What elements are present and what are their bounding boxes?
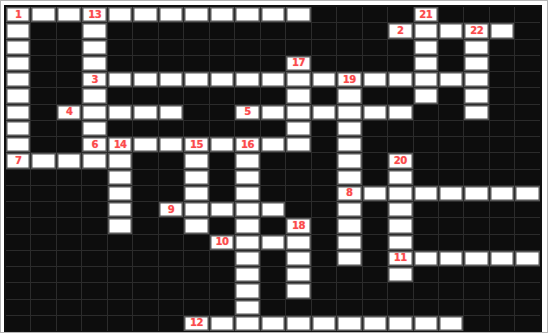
- white-cell-r20-c12[interactable]: [286, 316, 310, 331]
- white-cell-r9-c11[interactable]: [261, 137, 285, 152]
- block-cell-r19-c8: [184, 300, 208, 315]
- white-cell-r5-c18[interactable]: [439, 72, 463, 87]
- white-cell-r9-c7[interactable]: [159, 137, 183, 152]
- white-cell-r15-c16[interactable]: [388, 235, 412, 250]
- block-cell-r19-c19: [464, 300, 488, 315]
- white-cell-r14-c14[interactable]: [337, 218, 361, 233]
- white-cell-r2-c4[interactable]: [82, 23, 106, 38]
- block-cell-r2-c12: [286, 23, 310, 38]
- block-cell-r6-c11: [261, 88, 285, 103]
- white-cell-r13-c8[interactable]: [184, 202, 208, 217]
- white-cell-r16-c14[interactable]: [337, 251, 361, 266]
- block-cell-r8-c2: [31, 121, 55, 136]
- block-cell-r3-c15: [363, 40, 387, 55]
- block-cell-r13-c18: [439, 202, 463, 217]
- block-cell-r10-c7: [159, 153, 183, 168]
- white-cell-r5-c9[interactable]: [210, 72, 234, 87]
- clue-number: 1: [15, 10, 21, 20]
- white-cell-r10-c4[interactable]: [82, 153, 106, 168]
- white-cell-r9-c8[interactable]: 15: [184, 137, 208, 152]
- block-cell-r19-c12: [286, 300, 310, 315]
- block-cell-r2-c2: [31, 23, 55, 38]
- white-cell-r7-c10[interactable]: 5: [235, 105, 259, 120]
- block-cell-r15-c5: [108, 235, 132, 250]
- white-cell-r12-c16[interactable]: [388, 186, 412, 201]
- block-cell-r11-c17: [414, 170, 438, 185]
- white-cell-r16-c20[interactable]: [490, 251, 514, 266]
- white-cell-r13-c16[interactable]: [388, 202, 412, 217]
- block-cell-r14-c13: [312, 218, 336, 233]
- white-cell-r3-c19[interactable]: [464, 40, 488, 55]
- block-cell-r9-c2: [31, 137, 55, 152]
- block-cell-r19-c5: [108, 300, 132, 315]
- white-cell-r3-c1[interactable]: [6, 40, 30, 55]
- clue-number: 12: [190, 318, 203, 328]
- white-cell-r14-c12[interactable]: 18: [286, 218, 310, 233]
- block-cell-r13-c19: [464, 202, 488, 217]
- block-cell-r8-c13: [312, 121, 336, 136]
- white-cell-r12-c19[interactable]: [464, 186, 488, 201]
- block-cell-r16-c4: [82, 251, 106, 266]
- white-cell-r20-c15[interactable]: [363, 316, 387, 331]
- white-cell-r14-c8[interactable]: [184, 218, 208, 233]
- white-cell-r11-c14[interactable]: [337, 170, 361, 185]
- white-cell-r15-c10[interactable]: [235, 235, 259, 250]
- block-cell-r4-c18: [439, 56, 463, 71]
- block-cell-r6-c5: [108, 88, 132, 103]
- block-cell-r6-c2: [31, 88, 55, 103]
- block-cell-r11-c7: [159, 170, 183, 185]
- white-cell-r1-c8[interactable]: [184, 7, 208, 22]
- block-cell-r14-c21: [515, 218, 539, 233]
- block-cell-r12-c1: [6, 186, 30, 201]
- block-cell-r9-c21: [515, 137, 539, 152]
- block-cell-r7-c18: [439, 105, 463, 120]
- white-cell-r6-c17[interactable]: [414, 88, 438, 103]
- white-cell-r5-c16[interactable]: [388, 72, 412, 87]
- block-cell-r1-c15: [363, 7, 387, 22]
- white-cell-r7-c14[interactable]: [337, 105, 361, 120]
- white-cell-r12-c18[interactable]: [439, 186, 463, 201]
- white-cell-r18-c10[interactable]: [235, 283, 259, 298]
- block-cell-r8-c15: [363, 121, 387, 136]
- white-cell-r7-c16[interactable]: [388, 105, 412, 120]
- white-cell-r7-c1[interactable]: [6, 105, 30, 120]
- white-cell-r5-c7[interactable]: [159, 72, 183, 87]
- block-cell-r19-c4: [82, 300, 106, 315]
- white-cell-r7-c11[interactable]: [261, 105, 285, 120]
- white-cell-r13-c14[interactable]: [337, 202, 361, 217]
- white-cell-r13-c9[interactable]: [210, 202, 234, 217]
- white-cell-r5-c1[interactable]: [6, 72, 30, 87]
- white-cell-r5-c15[interactable]: [363, 72, 387, 87]
- white-cell-r5-c11[interactable]: [261, 72, 285, 87]
- white-cell-r12-c17[interactable]: [414, 186, 438, 201]
- block-cell-r1-c21: [515, 7, 539, 22]
- white-cell-r5-c12[interactable]: [286, 72, 310, 87]
- white-cell-r12-c20[interactable]: [490, 186, 514, 201]
- white-cell-r4-c1[interactable]: [6, 56, 30, 71]
- white-cell-r15-c14[interactable]: [337, 235, 361, 250]
- white-cell-r6-c4[interactable]: [82, 88, 106, 103]
- block-cell-r11-c12: [286, 170, 310, 185]
- block-cell-r18-c14: [337, 283, 361, 298]
- white-cell-r7-c6[interactable]: [133, 105, 157, 120]
- block-cell-r17-c6: [133, 267, 157, 282]
- white-cell-r15-c9[interactable]: 10: [210, 235, 234, 250]
- white-cell-r10-c16[interactable]: 20: [388, 153, 412, 168]
- block-cell-r14-c6: [133, 218, 157, 233]
- block-cell-r4-c14: [337, 56, 361, 71]
- white-cell-r2-c1[interactable]: [6, 23, 30, 38]
- block-cell-r19-c16: [388, 300, 412, 315]
- block-cell-r11-c2: [31, 170, 55, 185]
- clue-number: 7: [15, 156, 21, 166]
- white-cell-r1-c12[interactable]: [286, 7, 310, 22]
- block-cell-r13-c2: [31, 202, 55, 217]
- white-cell-r12-c14[interactable]: 8: [337, 186, 361, 201]
- clue-number: 13: [88, 10, 101, 20]
- block-cell-r2-c7: [159, 23, 183, 38]
- block-cell-r15-c1: [6, 235, 30, 250]
- white-cell-r11-c16[interactable]: [388, 170, 412, 185]
- block-cell-r18-c19: [464, 283, 488, 298]
- block-cell-r9-c17: [414, 137, 438, 152]
- block-cell-r6-c18: [439, 88, 463, 103]
- block-cell-r19-c14: [337, 300, 361, 315]
- white-cell-r1-c9[interactable]: [210, 7, 234, 22]
- block-cell-r5-c2: [31, 72, 55, 87]
- white-cell-r20-c13[interactable]: [312, 316, 336, 331]
- block-cell-r18-c5: [108, 283, 132, 298]
- block-cell-r15-c18: [439, 235, 463, 250]
- block-cell-r17-c9: [210, 267, 234, 282]
- white-cell-r2-c18[interactable]: [439, 23, 463, 38]
- block-cell-r13-c4: [82, 202, 106, 217]
- block-cell-r18-c11: [261, 283, 285, 298]
- block-cell-r13-c15: [363, 202, 387, 217]
- block-cell-r2-c3: [57, 23, 81, 38]
- block-cell-r4-c15: [363, 56, 387, 71]
- block-cell-r6-c13: [312, 88, 336, 103]
- block-cell-r16-c5: [108, 251, 132, 266]
- white-cell-r11-c5[interactable]: [108, 170, 132, 185]
- block-cell-r3-c13: [312, 40, 336, 55]
- white-cell-r7-c4[interactable]: [82, 105, 106, 120]
- white-cell-r17-c12[interactable]: [286, 267, 310, 282]
- white-cell-r9-c1[interactable]: [6, 137, 30, 152]
- white-cell-r1-c5[interactable]: [108, 7, 132, 22]
- block-cell-r3-c10: [235, 40, 259, 55]
- white-cell-r7-c3[interactable]: 4: [57, 105, 81, 120]
- block-cell-r15-c21: [515, 235, 539, 250]
- block-cell-r2-c6: [133, 23, 157, 38]
- block-cell-r4-c5: [108, 56, 132, 71]
- block-cell-r7-c8: [184, 105, 208, 120]
- white-cell-r20-c9[interactable]: [210, 316, 234, 331]
- white-cell-r4-c4[interactable]: [82, 56, 106, 71]
- white-cell-r14-c16[interactable]: [388, 218, 412, 233]
- white-cell-r6-c1[interactable]: [6, 88, 30, 103]
- white-cell-r7-c13[interactable]: [312, 105, 336, 120]
- block-cell-r11-c21: [515, 170, 539, 185]
- white-cell-r1-c6[interactable]: [133, 7, 157, 22]
- white-cell-r7-c15[interactable]: [363, 105, 387, 120]
- block-cell-r8-c9: [210, 121, 234, 136]
- block-cell-r2-c5: [108, 23, 132, 38]
- block-cell-r6-c21: [515, 88, 539, 103]
- white-cell-r2-c19[interactable]: 22: [464, 23, 488, 38]
- white-cell-r13-c5[interactable]: [108, 202, 132, 217]
- white-cell-r9-c12[interactable]: [286, 137, 310, 152]
- white-cell-r20-c10[interactable]: [235, 316, 259, 331]
- white-cell-r20-c11[interactable]: [261, 316, 285, 331]
- white-cell-r1-c17[interactable]: 21: [414, 7, 438, 22]
- white-cell-r13-c7[interactable]: 9: [159, 202, 183, 217]
- white-cell-r15-c11[interactable]: [261, 235, 285, 250]
- white-cell-r8-c1[interactable]: [6, 121, 30, 136]
- white-cell-r10-c1[interactable]: 7: [6, 153, 30, 168]
- block-cell-r11-c3: [57, 170, 81, 185]
- block-cell-r18-c6: [133, 283, 157, 298]
- block-cell-r8-c21: [515, 121, 539, 136]
- clue-number: 22: [470, 26, 483, 36]
- block-cell-r15-c13: [312, 235, 336, 250]
- white-cell-r12-c5[interactable]: [108, 186, 132, 201]
- block-cell-r17-c4: [82, 267, 106, 282]
- block-cell-r11-c11: [261, 170, 285, 185]
- block-cell-r10-c20: [490, 153, 514, 168]
- block-cell-r20-c5: [108, 316, 132, 331]
- white-cell-r10-c3[interactable]: [57, 153, 81, 168]
- block-cell-r8-c18: [439, 121, 463, 136]
- block-cell-r3-c14: [337, 40, 361, 55]
- block-cell-r4-c6: [133, 56, 157, 71]
- white-cell-r9-c14[interactable]: [337, 137, 361, 152]
- white-cell-r19-c10[interactable]: [235, 300, 259, 315]
- block-cell-r7-c21: [515, 105, 539, 120]
- block-cell-r17-c17: [414, 267, 438, 282]
- white-cell-r16-c10[interactable]: [235, 251, 259, 266]
- white-cell-r2-c16[interactable]: 2: [388, 23, 412, 38]
- white-cell-r8-c14[interactable]: [337, 121, 361, 136]
- white-cell-r8-c12[interactable]: [286, 121, 310, 136]
- white-cell-r16-c17[interactable]: [414, 251, 438, 266]
- white-cell-r20-c18[interactable]: [439, 316, 463, 331]
- white-cell-r5-c8[interactable]: [184, 72, 208, 87]
- block-cell-r10-c11: [261, 153, 285, 168]
- white-cell-r5-c5[interactable]: [108, 72, 132, 87]
- block-cell-r9-c13: [312, 137, 336, 152]
- white-cell-r1-c1[interactable]: 1: [6, 7, 30, 22]
- white-cell-r1-c2[interactable]: [31, 7, 55, 22]
- block-cell-r9-c3: [57, 137, 81, 152]
- block-cell-r5-c20: [490, 72, 514, 87]
- white-cell-r4-c12[interactable]: 17: [286, 56, 310, 71]
- block-cell-r10-c21: [515, 153, 539, 168]
- block-cell-r14-c19: [464, 218, 488, 233]
- white-cell-r7-c7[interactable]: [159, 105, 183, 120]
- clue-number: 5: [244, 107, 250, 117]
- block-cell-r12-c9: [210, 186, 234, 201]
- white-cell-r2-c20[interactable]: [490, 23, 514, 38]
- white-cell-r10-c14[interactable]: [337, 153, 361, 168]
- block-cell-r17-c3: [57, 267, 81, 282]
- white-cell-r9-c10[interactable]: 16: [235, 137, 259, 152]
- block-cell-r8-c11: [261, 121, 285, 136]
- white-cell-r10-c5[interactable]: [108, 153, 132, 168]
- white-cell-r20-c14[interactable]: [337, 316, 361, 331]
- white-cell-r16-c19[interactable]: [464, 251, 488, 266]
- white-cell-r1-c7[interactable]: [159, 7, 183, 22]
- white-cell-r12-c8[interactable]: [184, 186, 208, 201]
- white-cell-r6-c12[interactable]: [286, 88, 310, 103]
- white-cell-r6-c19[interactable]: [464, 88, 488, 103]
- white-cell-r13-c10[interactable]: [235, 202, 259, 217]
- white-cell-r8-c4[interactable]: [82, 121, 106, 136]
- white-cell-r3-c17[interactable]: [414, 40, 438, 55]
- white-cell-r12-c15[interactable]: [363, 186, 387, 201]
- white-cell-r1-c10[interactable]: [235, 7, 259, 22]
- white-cell-r9-c5[interactable]: 14: [108, 137, 132, 152]
- block-cell-r20-c6: [133, 316, 157, 331]
- block-cell-r16-c3: [57, 251, 81, 266]
- clue-number: 20: [394, 156, 407, 166]
- white-cell-r5-c13[interactable]: [312, 72, 336, 87]
- block-cell-r18-c21: [515, 283, 539, 298]
- block-cell-r8-c6: [133, 121, 157, 136]
- block-cell-r9-c20: [490, 137, 514, 152]
- block-cell-r6-c7: [159, 88, 183, 103]
- block-cell-r13-c1: [6, 202, 30, 217]
- block-cell-r4-c10: [235, 56, 259, 71]
- block-cell-r4-c16: [388, 56, 412, 71]
- white-cell-r5-c17[interactable]: [414, 72, 438, 87]
- white-cell-r16-c12[interactable]: [286, 251, 310, 266]
- white-cell-r16-c18[interactable]: [439, 251, 463, 266]
- clue-number: 2: [397, 26, 403, 36]
- white-cell-r11-c10[interactable]: [235, 170, 259, 185]
- white-cell-r1-c11[interactable]: [261, 7, 285, 22]
- block-cell-r2-c21: [515, 23, 539, 38]
- block-cell-r13-c20: [490, 202, 514, 217]
- block-cell-r3-c5: [108, 40, 132, 55]
- block-cell-r2-c13: [312, 23, 336, 38]
- white-cell-r7-c5[interactable]: [108, 105, 132, 120]
- white-cell-r11-c8[interactable]: [184, 170, 208, 185]
- white-cell-r12-c21[interactable]: [515, 186, 539, 201]
- white-cell-r5-c6[interactable]: [133, 72, 157, 87]
- block-cell-r13-c3: [57, 202, 81, 217]
- white-cell-r12-c10[interactable]: [235, 186, 259, 201]
- white-cell-r6-c14[interactable]: [337, 88, 361, 103]
- white-cell-r20-c16[interactable]: [388, 316, 412, 331]
- white-cell-r10-c2[interactable]: [31, 153, 55, 168]
- block-cell-r15-c15: [363, 235, 387, 250]
- block-cell-r17-c21: [515, 267, 539, 282]
- white-cell-r17-c10[interactable]: [235, 267, 259, 282]
- block-cell-r8-c20: [490, 121, 514, 136]
- block-cell-r19-c21: [515, 300, 539, 315]
- white-cell-r1-c4[interactable]: 13: [82, 7, 106, 22]
- block-cell-r20-c20: [490, 316, 514, 331]
- white-cell-r4-c17[interactable]: [414, 56, 438, 71]
- block-cell-r17-c14: [337, 267, 361, 282]
- block-cell-r6-c15: [363, 88, 387, 103]
- white-cell-r15-c12[interactable]: [286, 235, 310, 250]
- white-cell-r2-c17[interactable]: [414, 23, 438, 38]
- white-cell-r20-c17[interactable]: [414, 316, 438, 331]
- block-cell-r19-c7: [159, 300, 183, 315]
- clue-number: 18: [292, 221, 305, 231]
- white-cell-r9-c6[interactable]: [133, 137, 157, 152]
- white-cell-r5-c10[interactable]: [235, 72, 259, 87]
- white-cell-r14-c5[interactable]: [108, 218, 132, 233]
- block-cell-r20-c1: [6, 316, 30, 331]
- clue-number: 9: [168, 205, 174, 215]
- block-cell-r17-c15: [363, 267, 387, 282]
- block-cell-r17-c2: [31, 267, 55, 282]
- white-cell-r5-c4[interactable]: 3: [82, 72, 106, 87]
- block-cell-r13-c13: [312, 202, 336, 217]
- block-cell-r17-c20: [490, 267, 514, 282]
- block-cell-r3-c18: [439, 40, 463, 55]
- block-cell-r14-c3: [57, 218, 81, 233]
- white-cell-r13-c11[interactable]: [261, 202, 285, 217]
- white-cell-r14-c10[interactable]: [235, 218, 259, 233]
- block-cell-r14-c11: [261, 218, 285, 233]
- block-cell-r3-c6: [133, 40, 157, 55]
- white-cell-r9-c4[interactable]: 6: [82, 137, 106, 152]
- white-cell-r18-c12[interactable]: [286, 283, 310, 298]
- white-cell-r16-c16[interactable]: 11: [388, 251, 412, 266]
- block-cell-r2-c8: [184, 23, 208, 38]
- block-cell-r10-c9: [210, 153, 234, 168]
- block-cell-r17-c7: [159, 267, 183, 282]
- white-cell-r10-c10[interactable]: [235, 153, 259, 168]
- block-cell-r5-c3: [57, 72, 81, 87]
- block-cell-r3-c3: [57, 40, 81, 55]
- white-cell-r4-c19[interactable]: [464, 56, 488, 71]
- block-cell-r14-c20: [490, 218, 514, 233]
- white-cell-r5-c19[interactable]: [464, 72, 488, 87]
- white-cell-r9-c9[interactable]: [210, 137, 234, 152]
- clue-number: 17: [292, 58, 305, 68]
- block-cell-r6-c16: [388, 88, 412, 103]
- white-cell-r7-c12[interactable]: [286, 105, 310, 120]
- white-cell-r1-c3[interactable]: [57, 7, 81, 22]
- white-cell-r5-c14[interactable]: 19: [337, 72, 361, 87]
- white-cell-r16-c21[interactable]: [515, 251, 539, 266]
- white-cell-r10-c8[interactable]: [184, 153, 208, 168]
- block-cell-r19-c6: [133, 300, 157, 315]
- block-cell-r8-c19: [464, 121, 488, 136]
- block-cell-r17-c18: [439, 267, 463, 282]
- block-cell-r10-c17: [414, 153, 438, 168]
- block-cell-r14-c7: [159, 218, 183, 233]
- white-cell-r17-c16[interactable]: [388, 267, 412, 282]
- crossword-board: 11321222173194561415167208918101112: [4, 5, 542, 333]
- white-cell-r3-c4[interactable]: [82, 40, 106, 55]
- white-cell-r7-c19[interactable]: [464, 105, 488, 120]
- block-cell-r11-c6: [133, 170, 157, 185]
- block-cell-r18-c9: [210, 283, 234, 298]
- block-cell-r19-c18: [439, 300, 463, 315]
- white-cell-r20-c8[interactable]: 12: [184, 316, 208, 331]
- block-cell-r3-c11: [261, 40, 285, 55]
- block-cell-r19-c3: [57, 300, 81, 315]
- block-cell-r10-c18: [439, 153, 463, 168]
